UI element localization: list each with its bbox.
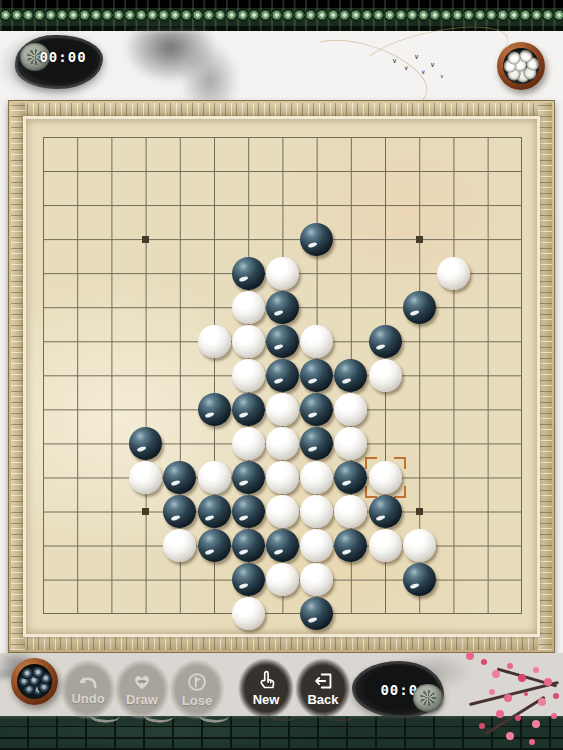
white-stone bbox=[232, 291, 265, 324]
undo-arrow-icon bbox=[77, 673, 99, 690]
white-stone bbox=[266, 495, 299, 528]
white-stone bbox=[300, 461, 333, 494]
black-stone bbox=[300, 597, 333, 630]
black-stone bbox=[232, 461, 265, 494]
back-button-label: Back bbox=[307, 692, 338, 707]
black-stones-bowl-icon bbox=[11, 658, 58, 705]
back-button[interactable]: Back bbox=[295, 658, 351, 719]
white-stone bbox=[266, 257, 299, 290]
black-stone bbox=[369, 325, 402, 358]
undo-button-label: Undo bbox=[71, 691, 104, 706]
player-clock: 00:00 bbox=[352, 661, 444, 718]
meander-border-right bbox=[538, 103, 552, 650]
black-stone bbox=[403, 291, 436, 324]
black-stone bbox=[232, 495, 265, 528]
black-stone bbox=[300, 223, 333, 256]
white-stone bbox=[369, 529, 402, 562]
white-stone bbox=[198, 461, 231, 494]
opponent-clock-time: 00:00 bbox=[37, 49, 89, 65]
white-stone bbox=[403, 529, 436, 562]
black-stone bbox=[198, 495, 231, 528]
star-point bbox=[416, 236, 423, 243]
new-button-label: New bbox=[253, 692, 280, 707]
black-stone bbox=[232, 257, 265, 290]
black-stone bbox=[300, 359, 333, 392]
white-stone bbox=[369, 461, 402, 494]
white-stone bbox=[198, 325, 231, 358]
white-stone bbox=[266, 393, 299, 426]
black-stone bbox=[232, 393, 265, 426]
flag-circle-icon bbox=[187, 672, 207, 692]
black-stone bbox=[266, 359, 299, 392]
ink-wash-mountain bbox=[112, 29, 242, 103]
black-stone bbox=[300, 427, 333, 460]
black-stone bbox=[232, 529, 265, 562]
draw-button-label: Draw bbox=[126, 692, 158, 707]
star-point bbox=[142, 508, 149, 515]
handshake-heart-icon bbox=[131, 672, 153, 691]
white-stone bbox=[437, 257, 470, 290]
black-stone bbox=[300, 393, 333, 426]
star-point bbox=[142, 236, 149, 243]
black-stone bbox=[129, 427, 162, 460]
black-stone bbox=[266, 291, 299, 324]
black-stone bbox=[266, 529, 299, 562]
exit-door-icon bbox=[313, 671, 334, 691]
star-point bbox=[416, 508, 423, 515]
new-button[interactable]: New bbox=[238, 658, 294, 719]
hand-pointer-icon bbox=[256, 670, 277, 691]
white-stone bbox=[300, 325, 333, 358]
white-stone bbox=[129, 461, 162, 494]
white-stone bbox=[232, 359, 265, 392]
black-stone bbox=[198, 529, 231, 562]
lose-button-label: Lose bbox=[182, 693, 212, 708]
white-stone bbox=[232, 325, 265, 358]
draw-button[interactable]: Draw bbox=[114, 659, 170, 720]
stone-seal-coin-icon bbox=[413, 684, 443, 712]
gomoku-app: ∨ ∨ ∨ ∨ ∨ ∨ 00:00 Un bbox=[0, 0, 563, 750]
black-stone bbox=[266, 325, 299, 358]
undo-button[interactable]: Undo bbox=[60, 659, 116, 720]
white-stone bbox=[232, 427, 265, 460]
white-stone bbox=[232, 597, 265, 630]
white-stone bbox=[266, 461, 299, 494]
black-stone bbox=[369, 495, 402, 528]
white-stone bbox=[266, 563, 299, 596]
black-stone bbox=[198, 393, 231, 426]
black-stone bbox=[403, 563, 436, 596]
white-stone bbox=[369, 359, 402, 392]
board[interactable] bbox=[23, 116, 540, 637]
white-stone bbox=[266, 427, 299, 460]
plum-blossom-decoration bbox=[462, 648, 563, 750]
lose-button[interactable]: Lose bbox=[169, 659, 225, 720]
black-stone bbox=[232, 563, 265, 596]
white-stones-bowl-icon bbox=[497, 42, 545, 90]
